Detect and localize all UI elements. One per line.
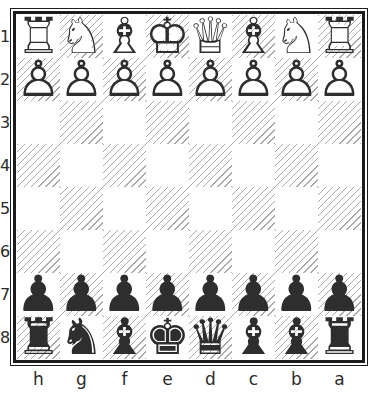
black-queen[interactable]: ♛ — [189, 316, 232, 359]
square-h8[interactable]: ♜ — [17, 316, 60, 359]
square-g7[interactable]: ♟︎ — [60, 273, 103, 316]
square-g2[interactable]: ♟︎♙ — [60, 58, 103, 101]
square-b7[interactable]: ♟︎ — [275, 273, 318, 316]
square-d7[interactable]: ♟︎ — [189, 273, 232, 316]
square-h6[interactable] — [17, 230, 60, 273]
file-label-e: e — [146, 368, 189, 390]
square-e4[interactable] — [146, 144, 189, 187]
square-a2[interactable]: ♟︎♙ — [318, 58, 361, 101]
white-piece-outline: ♗ — [231, 11, 276, 61]
square-b8[interactable]: ♝ — [275, 316, 318, 359]
black-piece-glyph: ♟︎ — [102, 269, 147, 319]
white-pawn[interactable]: ♟︎♙ — [232, 58, 275, 101]
black-piece-glyph: ♟︎ — [274, 269, 319, 319]
white-piece-outline: ♖ — [16, 11, 61, 61]
square-d4[interactable] — [189, 144, 232, 187]
square-h2[interactable]: ♟︎♙ — [17, 58, 60, 101]
white-pawn[interactable]: ♟︎♙ — [275, 58, 318, 101]
square-e7[interactable]: ♟︎ — [146, 273, 189, 316]
file-label-h: h — [17, 368, 60, 390]
file-label-b: b — [275, 368, 318, 390]
square-b2[interactable]: ♟︎♙ — [275, 58, 318, 101]
white-piece-fill: ♜ — [16, 11, 61, 61]
square-d3[interactable] — [189, 101, 232, 144]
white-knight[interactable]: ♞♘ — [275, 15, 318, 58]
black-piece-glyph: ♟︎ — [145, 269, 190, 319]
square-c1[interactable]: ♝♗ — [232, 15, 275, 58]
square-a1[interactable]: ♜♖ — [318, 15, 361, 58]
white-king[interactable]: ♚♔ — [146, 15, 189, 58]
white-queen[interactable]: ♛♕ — [189, 15, 232, 58]
white-pawn[interactable]: ♟︎♙ — [189, 58, 232, 101]
square-f7[interactable]: ♟︎ — [103, 273, 146, 316]
rank-label-8: 8 — [0, 316, 9, 359]
square-d5[interactable] — [189, 187, 232, 230]
white-piece-outline: ♗ — [102, 11, 147, 61]
white-piece-fill: ♞ — [59, 11, 104, 61]
black-piece-glyph: ♟︎ — [59, 269, 104, 319]
black-piece-glyph: ♜ — [16, 312, 61, 362]
black-pawn[interactable]: ♟︎ — [60, 273, 103, 316]
square-h4[interactable] — [17, 144, 60, 187]
square-f3[interactable] — [103, 101, 146, 144]
white-piece-fill: ♞ — [274, 11, 319, 61]
white-bishop[interactable]: ♝♗ — [103, 15, 146, 58]
black-knight[interactable]: ♞ — [60, 316, 103, 359]
black-piece-glyph: ♝ — [231, 312, 276, 362]
square-f2[interactable]: ♟︎♙ — [103, 58, 146, 101]
black-pawn[interactable]: ♟︎ — [103, 273, 146, 316]
square-c5[interactable] — [232, 187, 275, 230]
square-h7[interactable]: ♟︎ — [17, 273, 60, 316]
black-bishop[interactable]: ♝ — [232, 316, 275, 359]
square-e3[interactable] — [146, 101, 189, 144]
white-piece-outline: ♘ — [59, 11, 104, 61]
square-b1[interactable]: ♞♘ — [275, 15, 318, 58]
square-b4[interactable] — [275, 144, 318, 187]
square-e8[interactable]: ♚ — [146, 316, 189, 359]
black-piece-glyph: ♜ — [317, 312, 362, 362]
white-piece-fill: ♛ — [188, 11, 233, 61]
white-piece-fill: ♟︎ — [188, 54, 233, 104]
black-piece-glyph: ♝ — [102, 312, 147, 362]
white-piece-outline: ♙ — [16, 54, 61, 104]
file-label-f: f — [103, 368, 146, 390]
white-bishop[interactable]: ♝♗ — [232, 15, 275, 58]
white-piece-outline: ♙ — [274, 54, 319, 104]
square-d2[interactable]: ♟︎♙ — [189, 58, 232, 101]
white-piece-outline: ♙ — [102, 54, 147, 104]
square-a3[interactable] — [318, 101, 361, 144]
square-g5[interactable] — [60, 187, 103, 230]
file-label-g: g — [60, 368, 103, 390]
board-frame-outer: ♜♖♞♘♝♗♚♔♛♕♝♗♞♘♜♖♟︎♙♟︎♙♟︎♙♟︎♙♟︎♙♟︎♙♟︎♙♟︎♙… — [10, 8, 368, 366]
square-d1[interactable]: ♛♕ — [189, 15, 232, 58]
white-piece-fill: ♟︎ — [231, 54, 276, 104]
rank-label-3: 3 — [0, 101, 9, 144]
square-d6[interactable] — [189, 230, 232, 273]
black-pawn[interactable]: ♟︎ — [318, 273, 361, 316]
square-b3[interactable] — [275, 101, 318, 144]
black-piece-glyph: ♛ — [188, 312, 233, 362]
chess-board: ♜♖♞♘♝♗♚♔♛♕♝♗♞♘♜♖♟︎♙♟︎♙♟︎♙♟︎♙♟︎♙♟︎♙♟︎♙♟︎♙… — [17, 15, 361, 359]
square-e6[interactable] — [146, 230, 189, 273]
white-piece-fill: ♜ — [317, 11, 362, 61]
white-piece-fill: ♟︎ — [59, 54, 104, 104]
square-g6[interactable] — [60, 230, 103, 273]
square-c8[interactable]: ♝ — [232, 316, 275, 359]
square-g3[interactable] — [60, 101, 103, 144]
square-h5[interactable] — [17, 187, 60, 230]
white-piece-outline: ♙ — [231, 54, 276, 104]
white-piece-fill: ♝ — [231, 11, 276, 61]
square-a8[interactable]: ♜ — [318, 316, 361, 359]
white-pawn[interactable]: ♟︎♙ — [103, 58, 146, 101]
black-rook[interactable]: ♜ — [17, 316, 60, 359]
square-g4[interactable] — [60, 144, 103, 187]
white-piece-fill: ♟︎ — [102, 54, 147, 104]
board-frame-inner: ♜♖♞♘♝♗♚♔♛♕♝♗♞♘♜♖♟︎♙♟︎♙♟︎♙♟︎♙♟︎♙♟︎♙♟︎♙♟︎♙… — [13, 11, 365, 363]
black-piece-glyph: ♝ — [274, 312, 319, 362]
white-piece-outline: ♘ — [274, 11, 319, 61]
square-c4[interactable] — [232, 144, 275, 187]
square-h1[interactable]: ♜♖ — [17, 15, 60, 58]
rank-label-6: 6 — [0, 230, 9, 273]
square-c7[interactable]: ♟︎ — [232, 273, 275, 316]
square-a5[interactable] — [318, 187, 361, 230]
white-pawn[interactable]: ♟︎♙ — [318, 58, 361, 101]
white-piece-fill: ♝ — [102, 11, 147, 61]
rank-label-4: 4 — [0, 144, 9, 187]
file-label-a: a — [318, 368, 361, 390]
white-piece-outline: ♖ — [317, 11, 362, 61]
square-h3[interactable] — [17, 101, 60, 144]
square-c3[interactable] — [232, 101, 275, 144]
white-piece-outline: ♙ — [145, 54, 190, 104]
square-c2[interactable]: ♟︎♙ — [232, 58, 275, 101]
black-piece-glyph: ♟︎ — [317, 269, 362, 319]
black-bishop[interactable]: ♝ — [103, 316, 146, 359]
chess-diagram: 12345678 ♜♖♞♘♝♗♚♔♛♕♝♗♞♘♜♖♟︎♙♟︎♙♟︎♙♟︎♙♟︎♙… — [0, 0, 387, 394]
square-e5[interactable] — [146, 187, 189, 230]
white-pawn[interactable]: ♟︎♙ — [60, 58, 103, 101]
black-pawn[interactable]: ♟︎ — [275, 273, 318, 316]
rank-label-1: 1 — [0, 15, 9, 58]
square-c6[interactable] — [232, 230, 275, 273]
black-bishop[interactable]: ♝ — [275, 316, 318, 359]
file-label-d: d — [189, 368, 232, 390]
black-piece-glyph: ♟︎ — [16, 269, 61, 319]
square-d8[interactable]: ♛ — [189, 316, 232, 359]
file-label-c: c — [232, 368, 275, 390]
square-f1[interactable]: ♝♗ — [103, 15, 146, 58]
black-piece-glyph: ♚ — [145, 312, 190, 362]
white-piece-fill: ♟︎ — [317, 54, 362, 104]
square-a6[interactable] — [318, 230, 361, 273]
black-pawn[interactable]: ♟︎ — [146, 273, 189, 316]
white-piece-fill: ♟︎ — [145, 54, 190, 104]
white-piece-fill: ♟︎ — [274, 54, 319, 104]
white-pawn[interactable]: ♟︎♙ — [17, 58, 60, 101]
black-pawn[interactable]: ♟︎ — [189, 273, 232, 316]
square-f6[interactable] — [103, 230, 146, 273]
black-piece-glyph: ♟︎ — [188, 269, 233, 319]
black-piece-glyph: ♞ — [59, 312, 104, 362]
square-g1[interactable]: ♞♘ — [60, 15, 103, 58]
rank-label-7: 7 — [0, 273, 9, 316]
white-rook[interactable]: ♜♖ — [318, 15, 361, 58]
rank-label-2: 2 — [0, 58, 9, 101]
white-piece-fill: ♟︎ — [16, 54, 61, 104]
white-piece-outline: ♕ — [188, 11, 233, 61]
square-a4[interactable] — [318, 144, 361, 187]
square-g8[interactable]: ♞ — [60, 316, 103, 359]
white-piece-fill: ♚ — [145, 11, 190, 61]
white-piece-outline: ♔ — [145, 11, 190, 61]
rank-label-5: 5 — [0, 187, 9, 230]
white-pawn[interactable]: ♟︎♙ — [146, 58, 189, 101]
square-b5[interactable] — [275, 187, 318, 230]
square-a7[interactable]: ♟︎ — [318, 273, 361, 316]
black-king[interactable]: ♚ — [146, 316, 189, 359]
white-rook[interactable]: ♜♖ — [17, 15, 60, 58]
square-f4[interactable] — [103, 144, 146, 187]
black-pawn[interactable]: ♟︎ — [17, 273, 60, 316]
white-piece-outline: ♙ — [59, 54, 104, 104]
black-piece-glyph: ♟︎ — [231, 269, 276, 319]
white-knight[interactable]: ♞♘ — [60, 15, 103, 58]
square-f5[interactable] — [103, 187, 146, 230]
square-e1[interactable]: ♚♔ — [146, 15, 189, 58]
square-b6[interactable] — [275, 230, 318, 273]
square-f8[interactable]: ♝ — [103, 316, 146, 359]
square-e2[interactable]: ♟︎♙ — [146, 58, 189, 101]
white-piece-outline: ♙ — [317, 54, 362, 104]
white-piece-outline: ♙ — [188, 54, 233, 104]
black-rook[interactable]: ♜ — [318, 316, 361, 359]
black-pawn[interactable]: ♟︎ — [232, 273, 275, 316]
